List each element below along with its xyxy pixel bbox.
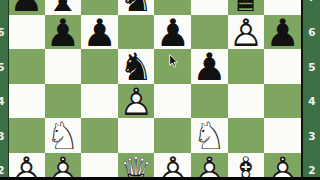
mouse-cursor-icon [169, 54, 179, 68]
black-piece-glyph: ♞ [118, 49, 155, 84]
white-piece-outline: ♙ [8, 153, 45, 180]
square-c5[interactable] [81, 49, 118, 84]
square-h5[interactable] [264, 49, 301, 84]
square-a3[interactable] [8, 118, 45, 153]
piece-white-pawn-d4[interactable]: ♟♙ [118, 84, 155, 119]
square-a7[interactable]: ♟ [8, 0, 45, 15]
piece-black-pawn-e6[interactable]: ♟ [154, 15, 191, 50]
square-c4[interactable] [81, 84, 118, 119]
chess-app-viewport: 65432 ♟♝♞♛♟♟♟♟♙♟♞♟♟♙♞♘♞♘♟♙♟♙♛♕♟♙♟♙♝♗♟♙ 7… [0, 0, 320, 180]
square-d6[interactable] [118, 15, 155, 50]
white-piece-outline: ♙ [45, 153, 82, 180]
square-d2[interactable]: ♛♕ [118, 153, 155, 180]
square-d3[interactable] [118, 118, 155, 153]
white-piece-outline: ♘ [191, 118, 228, 153]
white-piece-outline: ♕ [118, 153, 155, 180]
black-piece-glyph: ♟ [81, 15, 118, 50]
square-e4[interactable] [154, 84, 191, 119]
rank-label-right-3: 3 [307, 129, 317, 143]
square-f2[interactable]: ♟♙ [191, 153, 228, 180]
square-h2[interactable]: ♟♙ [264, 153, 301, 180]
white-piece-outline: ♙ [154, 153, 191, 180]
square-b3[interactable]: ♞♘ [45, 118, 82, 153]
square-b6[interactable]: ♟ [45, 15, 82, 50]
rank-label-right-4: 4 [307, 94, 317, 108]
piece-black-pawn-h6[interactable]: ♟ [264, 15, 301, 50]
black-piece-glyph: ♟ [45, 15, 82, 50]
white-piece-outline: ♙ [228, 15, 265, 50]
piece-black-pawn-f5[interactable]: ♟ [191, 49, 228, 84]
white-piece-outline: ♙ [118, 84, 155, 119]
square-c6[interactable]: ♟ [81, 15, 118, 50]
rank-label-left-6: 6 [0, 25, 6, 39]
square-b4[interactable] [45, 84, 82, 119]
piece-white-pawn-a2[interactable]: ♟♙ [8, 153, 45, 180]
square-e3[interactable] [154, 118, 191, 153]
rank-label-right-2: 2 [307, 163, 317, 177]
square-g2[interactable]: ♝♗ [228, 153, 265, 180]
black-piece-glyph: ♟ [264, 15, 301, 50]
square-f3[interactable]: ♞♘ [191, 118, 228, 153]
piece-white-pawn-e2[interactable]: ♟♙ [154, 153, 191, 180]
piece-white-pawn-f2[interactable]: ♟♙ [191, 153, 228, 180]
square-g4[interactable] [228, 84, 265, 119]
piece-white-knight-f3[interactable]: ♞♘ [191, 118, 228, 153]
black-piece-glyph: ♟ [154, 15, 191, 50]
piece-white-pawn-g6[interactable]: ♟♙ [228, 15, 265, 50]
square-a2[interactable]: ♟♙ [8, 153, 45, 180]
square-h6[interactable]: ♟ [264, 15, 301, 50]
rank-label-left-2: 2 [0, 163, 6, 177]
square-a6[interactable] [8, 15, 45, 50]
square-d4[interactable]: ♟♙ [118, 84, 155, 119]
rank-label-right-5: 5 [307, 60, 317, 74]
rank-label-left-3: 3 [0, 129, 6, 143]
black-piece-glyph: ♞ [118, 0, 155, 15]
square-f7[interactable] [191, 0, 228, 15]
square-e2[interactable]: ♟♙ [154, 153, 191, 180]
square-e6[interactable]: ♟ [154, 15, 191, 50]
bottom-letterbox-bar [0, 177, 320, 180]
white-piece-outline: ♘ [45, 118, 82, 153]
piece-white-knight-b3[interactable]: ♞♘ [45, 118, 82, 153]
chess-board[interactable]: ♟♝♞♛♟♟♟♟♙♟♞♟♟♙♞♘♞♘♟♙♟♙♛♕♟♙♟♙♝♗♟♙ [8, 0, 301, 180]
piece-black-pawn-c6[interactable]: ♟ [81, 15, 118, 50]
right-coordinate-strip: 765432 [301, 0, 320, 180]
rank-label-left-4: 4 [0, 94, 6, 108]
square-b2[interactable]: ♟♙ [45, 153, 82, 180]
piece-black-knight-d5[interactable]: ♞ [118, 49, 155, 84]
square-c2[interactable] [81, 153, 118, 180]
piece-white-pawn-h2[interactable]: ♟♙ [264, 153, 301, 180]
square-g5[interactable] [228, 49, 265, 84]
white-piece-outline: ♗ [228, 153, 265, 180]
square-f5[interactable]: ♟ [191, 49, 228, 84]
rank-label-left-5: 5 [0, 60, 6, 74]
left-coordinate-strip: 65432 [0, 0, 9, 180]
black-piece-glyph: ♟ [8, 0, 45, 15]
square-d5[interactable]: ♞ [118, 49, 155, 84]
piece-black-pawn-b6[interactable]: ♟ [45, 15, 82, 50]
square-f6[interactable] [191, 15, 228, 50]
piece-black-knight-d7[interactable]: ♞ [118, 0, 155, 15]
piece-white-pawn-b2[interactable]: ♟♙ [45, 153, 82, 180]
white-piece-outline: ♙ [264, 153, 301, 180]
square-d7[interactable]: ♞ [118, 0, 155, 15]
square-f4[interactable] [191, 84, 228, 119]
square-b5[interactable] [45, 49, 82, 84]
white-piece-outline: ♙ [191, 153, 228, 180]
rank-label-right-7: 7 [307, 0, 317, 4]
square-g6[interactable]: ♟♙ [228, 15, 265, 50]
square-a5[interactable] [8, 49, 45, 84]
black-piece-glyph: ♟ [191, 49, 228, 84]
square-a4[interactable] [8, 84, 45, 119]
piece-white-queen-d2[interactable]: ♛♕ [118, 153, 155, 180]
square-h3[interactable] [264, 118, 301, 153]
square-g3[interactable] [228, 118, 265, 153]
piece-white-bishop-g2[interactable]: ♝♗ [228, 153, 265, 180]
square-h4[interactable] [264, 84, 301, 119]
piece-black-pawn-a7[interactable]: ♟ [8, 0, 45, 15]
square-c3[interactable] [81, 118, 118, 153]
rank-label-right-6: 6 [307, 25, 317, 39]
